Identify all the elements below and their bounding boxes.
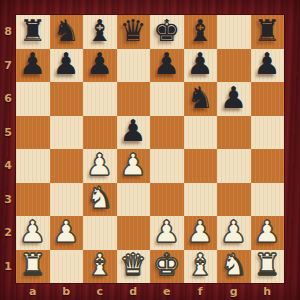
square-f1[interactable]: ♝ bbox=[184, 250, 218, 284]
piece-black-pawn-a7[interactable]: ♟ bbox=[19, 49, 46, 79]
square-g4[interactable] bbox=[217, 149, 251, 183]
piece-black-queen-d8[interactable]: ♛ bbox=[120, 16, 147, 46]
square-d8[interactable]: ♛ bbox=[117, 15, 151, 49]
square-h3[interactable] bbox=[251, 183, 285, 217]
square-e7[interactable]: ♟ bbox=[150, 49, 184, 83]
piece-white-bishop-c1[interactable]: ♝ bbox=[86, 250, 113, 280]
piece-black-knight-f6[interactable]: ♞ bbox=[187, 83, 214, 113]
piece-white-knight-g1[interactable]: ♞ bbox=[220, 250, 247, 280]
square-b8[interactable]: ♞ bbox=[50, 15, 84, 49]
square-b5[interactable] bbox=[50, 116, 84, 150]
square-h2[interactable]: ♟ bbox=[251, 216, 285, 250]
square-b2[interactable]: ♟ bbox=[50, 216, 84, 250]
square-g5[interactable] bbox=[217, 116, 251, 150]
square-a3[interactable] bbox=[16, 183, 50, 217]
piece-white-king-e1[interactable]: ♚ bbox=[153, 250, 180, 280]
square-f4[interactable] bbox=[184, 149, 218, 183]
piece-white-knight-c3[interactable]: ♞ bbox=[86, 183, 113, 213]
square-h1[interactable]: ♜ bbox=[251, 250, 285, 284]
square-f6[interactable]: ♞ bbox=[184, 82, 218, 116]
square-c7[interactable]: ♟ bbox=[83, 49, 117, 83]
file-label-f: f bbox=[184, 283, 218, 300]
square-b1[interactable] bbox=[50, 250, 84, 284]
square-h8[interactable]: ♜ bbox=[251, 15, 285, 49]
rank-label-2: 2 bbox=[0, 216, 16, 250]
square-d4[interactable]: ♟ bbox=[117, 149, 151, 183]
square-h5[interactable] bbox=[251, 116, 285, 150]
square-a4[interactable] bbox=[16, 149, 50, 183]
square-c2[interactable] bbox=[83, 216, 117, 250]
square-c6[interactable] bbox=[83, 82, 117, 116]
piece-black-pawn-f7[interactable]: ♟ bbox=[187, 49, 214, 79]
file-label-e: e bbox=[150, 283, 184, 300]
square-g1[interactable]: ♞ bbox=[217, 250, 251, 284]
rank-label-7: 7 bbox=[0, 49, 16, 83]
square-d5[interactable]: ♟ bbox=[117, 116, 151, 150]
file-label-b: b bbox=[50, 283, 84, 300]
square-a7[interactable]: ♟ bbox=[16, 49, 50, 83]
piece-white-pawn-f2[interactable]: ♟ bbox=[187, 217, 214, 247]
rank-label-1: 1 bbox=[0, 250, 16, 284]
piece-black-pawn-b7[interactable]: ♟ bbox=[53, 49, 80, 79]
piece-black-king-e8[interactable]: ♚ bbox=[153, 16, 180, 46]
piece-black-bishop-c8[interactable]: ♝ bbox=[86, 16, 113, 46]
file-label-c: c bbox=[83, 283, 117, 300]
file-label-h: h bbox=[251, 283, 285, 300]
square-f2[interactable]: ♟ bbox=[184, 216, 218, 250]
piece-white-bishop-f1[interactable]: ♝ bbox=[187, 250, 214, 280]
file-label-d: d bbox=[117, 283, 151, 300]
square-a2[interactable]: ♟ bbox=[16, 216, 50, 250]
square-g2[interactable]: ♟ bbox=[217, 216, 251, 250]
piece-white-pawn-a2[interactable]: ♟ bbox=[19, 217, 46, 247]
square-b7[interactable]: ♟ bbox=[50, 49, 84, 83]
piece-black-pawn-d5[interactable]: ♟ bbox=[120, 116, 147, 146]
square-f3[interactable] bbox=[184, 183, 218, 217]
piece-black-knight-b8[interactable]: ♞ bbox=[53, 16, 80, 46]
square-a1[interactable]: ♜ bbox=[16, 250, 50, 284]
square-b6[interactable] bbox=[50, 82, 84, 116]
piece-white-pawn-b2[interactable]: ♟ bbox=[53, 217, 80, 247]
square-e2[interactable]: ♟ bbox=[150, 216, 184, 250]
square-c1[interactable]: ♝ bbox=[83, 250, 117, 284]
square-d6[interactable] bbox=[117, 82, 151, 116]
rank-label-8: 8 bbox=[0, 15, 16, 49]
square-c8[interactable]: ♝ bbox=[83, 15, 117, 49]
square-g7[interactable] bbox=[217, 49, 251, 83]
rank-label-5: 5 bbox=[0, 116, 16, 150]
piece-white-rook-h1[interactable]: ♜ bbox=[254, 250, 281, 280]
piece-black-bishop-f8[interactable]: ♝ bbox=[187, 16, 214, 46]
square-e8[interactable]: ♚ bbox=[150, 15, 184, 49]
square-g3[interactable] bbox=[217, 183, 251, 217]
square-f7[interactable]: ♟ bbox=[184, 49, 218, 83]
piece-white-pawn-d4[interactable]: ♟ bbox=[120, 150, 147, 180]
piece-white-pawn-g2[interactable]: ♟ bbox=[220, 217, 247, 247]
square-e1[interactable]: ♚ bbox=[150, 250, 184, 284]
piece-black-pawn-e7[interactable]: ♟ bbox=[153, 49, 180, 79]
piece-white-rook-a1[interactable]: ♜ bbox=[19, 250, 46, 280]
piece-white-queen-d1[interactable]: ♛ bbox=[120, 250, 147, 280]
rank-label-4: 4 bbox=[0, 149, 16, 183]
square-d1[interactable]: ♛ bbox=[117, 250, 151, 284]
piece-black-pawn-h7[interactable]: ♟ bbox=[254, 49, 281, 79]
chess-board-frame: 87654321 abcdefgh ♜♞♝♛♚♝♜♟♟♟♟♟♟♞♟♟♟♟♞♟♟♟… bbox=[0, 0, 300, 300]
piece-black-pawn-c7[interactable]: ♟ bbox=[86, 49, 113, 79]
rank-labels: 87654321 bbox=[0, 15, 16, 283]
square-c3[interactable]: ♞ bbox=[83, 183, 117, 217]
square-f5[interactable] bbox=[184, 116, 218, 150]
square-c4[interactable]: ♟ bbox=[83, 149, 117, 183]
square-b4[interactable] bbox=[50, 149, 84, 183]
piece-white-pawn-c4[interactable]: ♟ bbox=[86, 150, 113, 180]
square-h6[interactable] bbox=[251, 82, 285, 116]
piece-black-rook-h8[interactable]: ♜ bbox=[254, 16, 281, 46]
square-a6[interactable] bbox=[16, 82, 50, 116]
piece-white-pawn-e2[interactable]: ♟ bbox=[153, 217, 180, 247]
square-d3[interactable] bbox=[117, 183, 151, 217]
square-a5[interactable] bbox=[16, 116, 50, 150]
square-e6[interactable] bbox=[150, 82, 184, 116]
square-g6[interactable]: ♟ bbox=[217, 82, 251, 116]
rank-label-6: 6 bbox=[0, 82, 16, 116]
square-e5[interactable] bbox=[150, 116, 184, 150]
square-g8[interactable] bbox=[217, 15, 251, 49]
file-label-a: a bbox=[16, 283, 50, 300]
rank-label-3: 3 bbox=[0, 183, 16, 217]
square-e4[interactable] bbox=[150, 149, 184, 183]
file-label-g: g bbox=[217, 283, 251, 300]
square-d2[interactable] bbox=[117, 216, 151, 250]
square-c5[interactable] bbox=[83, 116, 117, 150]
square-f8[interactable]: ♝ bbox=[184, 15, 218, 49]
piece-white-pawn-h2[interactable]: ♟ bbox=[254, 217, 281, 247]
chess-board: ♜♞♝♛♚♝♜♟♟♟♟♟♟♞♟♟♟♟♞♟♟♟♟♟♟♜♝♛♚♝♞♜ bbox=[16, 15, 284, 283]
square-d7[interactable] bbox=[117, 49, 151, 83]
square-h4[interactable] bbox=[251, 149, 285, 183]
square-a8[interactable]: ♜ bbox=[16, 15, 50, 49]
file-labels: abcdefgh bbox=[16, 283, 284, 300]
square-h7[interactable]: ♟ bbox=[251, 49, 285, 83]
piece-black-rook-a8[interactable]: ♜ bbox=[19, 16, 46, 46]
piece-black-pawn-g6[interactable]: ♟ bbox=[220, 83, 247, 113]
square-e3[interactable] bbox=[150, 183, 184, 217]
square-b3[interactable] bbox=[50, 183, 84, 217]
